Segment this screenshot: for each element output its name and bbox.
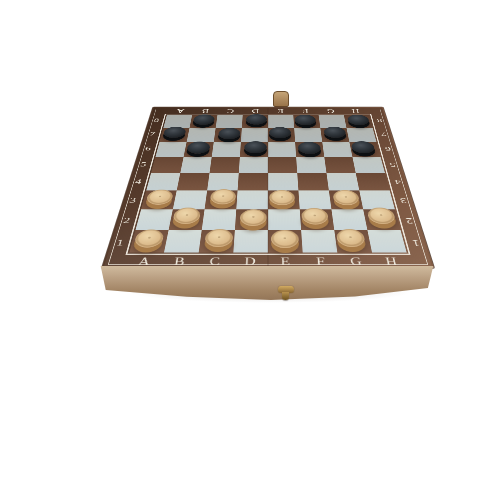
black-checker-f6[interactable]	[298, 142, 322, 154]
rank-label-right-2: 2	[399, 210, 420, 231]
black-checker-b8[interactable]	[193, 114, 216, 124]
file-label-e: E	[268, 255, 304, 266]
file-label-g: G	[338, 255, 375, 266]
checkers-set-photo: ABCDEFGH ABCDEFGH 87654321 87654321	[0, 0, 500, 500]
wood-checker-g3[interactable]	[332, 190, 360, 205]
black-checker-a7[interactable]	[162, 127, 186, 138]
rank-label-right-1: 1	[405, 232, 428, 255]
hinge-knob	[273, 91, 289, 107]
black-checker-d8[interactable]	[246, 114, 267, 124]
file-labels-back: ABCDEFGH	[167, 108, 369, 114]
clasp[interactable]	[277, 286, 294, 302]
file-label-far-h: H	[342, 108, 368, 114]
wood-checker-c3[interactable]	[210, 189, 237, 204]
rank-label-right-4: 4	[388, 173, 407, 191]
wood-checker-b2[interactable]	[172, 208, 201, 225]
file-label-a: A	[125, 255, 163, 266]
rank-label-2: 2	[116, 210, 137, 231]
rank-label-right-3: 3	[393, 191, 413, 210]
file-label-far-f: F	[293, 108, 319, 114]
rank-label-7: 7	[144, 127, 161, 141]
wood-checker-f2[interactable]	[301, 208, 329, 225]
file-label-f: F	[303, 255, 339, 266]
black-checker-h8[interactable]	[347, 115, 370, 125]
black-checker-c7[interactable]	[218, 128, 241, 139]
wood-checker-d2[interactable]	[240, 209, 267, 226]
rank-label-right-8: 8	[372, 114, 388, 127]
file-label-c: C	[197, 255, 233, 266]
file-labels-front: ABCDEFGH	[125, 255, 410, 266]
rank-label-5: 5	[134, 156, 152, 173]
wood-checker-c1[interactable]	[204, 229, 233, 247]
file-label-far-e: E	[268, 108, 293, 114]
black-checker-b6[interactable]	[186, 142, 210, 154]
rank-label-6: 6	[139, 141, 156, 156]
wood-checker-g1[interactable]	[336, 229, 366, 247]
wood-checker-e1[interactable]	[271, 230, 299, 248]
rank-label-4: 4	[128, 173, 147, 191]
black-checker-d6[interactable]	[244, 141, 267, 153]
wood-checker-a3[interactable]	[145, 190, 174, 205]
pieces-layer	[129, 115, 406, 253]
black-checker-h6[interactable]	[350, 141, 375, 153]
black-checker-g7[interactable]	[323, 127, 346, 138]
file-label-d: D	[232, 255, 268, 266]
rank-label-3: 3	[122, 191, 142, 210]
rank-label-8: 8	[148, 114, 164, 127]
file-label-h: H	[373, 255, 411, 266]
file-label-far-b: B	[192, 108, 218, 114]
file-label-far-a: A	[167, 108, 193, 114]
rank-label-right-7: 7	[375, 127, 392, 141]
rank-label-1: 1	[108, 232, 131, 255]
file-label-b: B	[161, 255, 198, 266]
wood-checker-e3[interactable]	[269, 190, 295, 205]
wood-checker-a1[interactable]	[133, 230, 165, 248]
clasp-hook-icon	[282, 292, 289, 300]
checkers-board: ABCDEFGH ABCDEFGH 87654321 87654321	[102, 107, 435, 268]
rank-label-right-5: 5	[384, 156, 402, 173]
black-checker-e7[interactable]	[269, 127, 291, 138]
black-checker-f8[interactable]	[294, 115, 316, 125]
rank-label-right-6: 6	[379, 141, 396, 156]
file-label-far-c: C	[218, 108, 244, 114]
file-label-far-g: G	[318, 108, 344, 114]
wood-checker-h2[interactable]	[366, 208, 396, 225]
file-label-far-d: D	[243, 108, 268, 114]
